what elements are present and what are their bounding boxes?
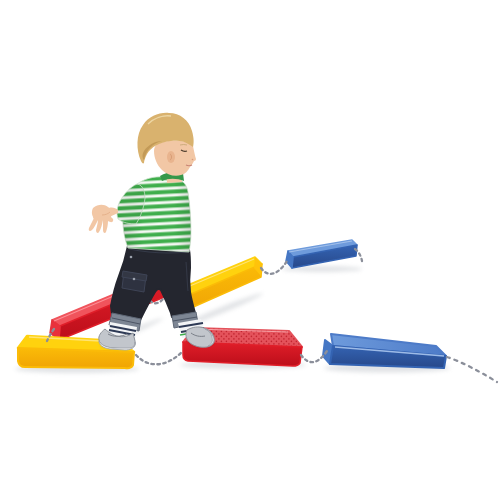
jeans-pocket-button [133, 278, 136, 281]
product-photo-svg [0, 0, 500, 500]
product-photo [0, 0, 500, 500]
eyebrow [180, 145, 187, 146]
beam-yellow-front-front [18, 348, 134, 368]
jeans-hip-snap [130, 256, 133, 259]
nostril [192, 159, 194, 161]
background [0, 0, 500, 500]
